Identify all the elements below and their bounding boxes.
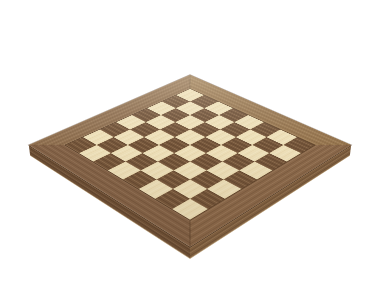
square-e2 xyxy=(141,162,174,180)
square-d3 xyxy=(142,145,174,162)
board-top-surface xyxy=(29,75,351,247)
square-f3 xyxy=(174,162,207,180)
square-c1 xyxy=(93,153,125,170)
square-g6 xyxy=(238,145,270,162)
square-c2 xyxy=(111,145,143,162)
square-d1 xyxy=(108,162,141,180)
square-g2 xyxy=(173,180,207,199)
square-h5 xyxy=(239,162,272,180)
square-f2 xyxy=(157,170,190,189)
square-g1 xyxy=(155,189,190,209)
square-h4 xyxy=(223,170,256,189)
product-photo xyxy=(0,0,377,301)
square-d2 xyxy=(125,153,157,170)
square-h7 xyxy=(269,145,301,162)
square-e3 xyxy=(158,153,190,170)
square-g5 xyxy=(222,153,254,170)
square-g3 xyxy=(190,170,223,189)
square-h6 xyxy=(255,153,287,170)
chess-board xyxy=(29,75,351,247)
square-f4 xyxy=(190,153,222,170)
square-f5 xyxy=(206,145,238,162)
square-h1 xyxy=(172,199,208,220)
square-e1 xyxy=(123,170,156,189)
square-f1 xyxy=(139,180,173,199)
square-e4 xyxy=(174,145,206,162)
square-b1 xyxy=(79,145,111,162)
square-g4 xyxy=(206,162,239,180)
square-h3 xyxy=(207,180,241,199)
square-h2 xyxy=(190,189,225,209)
